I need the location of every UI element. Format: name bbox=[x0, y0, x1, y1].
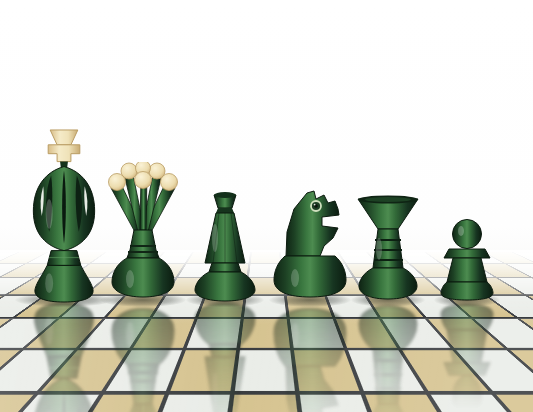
board-square bbox=[510, 350, 533, 391]
board-square bbox=[240, 319, 290, 348]
piece-knight: ♞ bbox=[271, 190, 349, 302]
board-square bbox=[235, 350, 295, 391]
board-square bbox=[498, 278, 533, 295]
queen-ball-crown bbox=[109, 162, 178, 191]
queen-silhouette bbox=[103, 162, 183, 302]
board-square bbox=[474, 319, 533, 348]
king-silhouette bbox=[19, 127, 109, 303]
piece-pawn: ♟ bbox=[436, 218, 498, 302]
knight-eye bbox=[311, 201, 321, 211]
board-square bbox=[290, 319, 344, 348]
board-square bbox=[170, 350, 236, 391]
board-square bbox=[513, 252, 533, 263]
piece-bishop: ♝ bbox=[188, 190, 262, 302]
photo-frame: ♚ ♛ bbox=[0, 0, 533, 412]
piece-king: ♚ bbox=[19, 127, 109, 303]
rook-silhouette bbox=[353, 194, 423, 302]
piece-queen: ♛ bbox=[103, 162, 183, 302]
knight-silhouette bbox=[271, 190, 349, 302]
board-square bbox=[520, 319, 533, 348]
pawn-silhouette bbox=[436, 218, 498, 302]
king-cross-finial bbox=[48, 130, 80, 162]
board-square bbox=[187, 319, 241, 348]
bishop-silhouette bbox=[188, 190, 262, 302]
board-square bbox=[528, 296, 533, 317]
piece-rook: ♜ bbox=[353, 194, 423, 302]
board-square bbox=[506, 264, 533, 277]
board-square bbox=[227, 395, 303, 412]
